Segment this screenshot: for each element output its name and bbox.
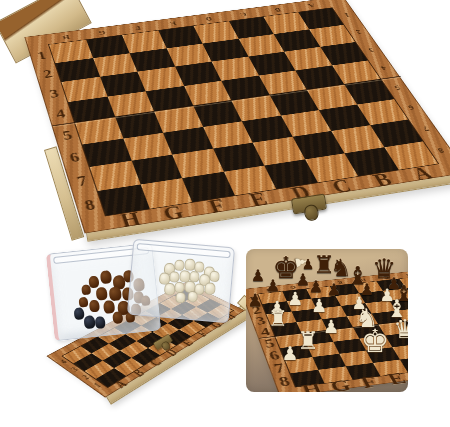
dark-piece-in-bag	[89, 300, 100, 313]
dark-piece-in-bag	[81, 284, 91, 295]
rank-label: 8	[83, 197, 97, 214]
black-pawn-in-bag	[83, 315, 95, 329]
dark-piece-in-bag	[100, 270, 112, 284]
light-piece-in-bag	[209, 270, 220, 282]
file-label: G	[161, 202, 187, 224]
rank-label-far: 5	[393, 84, 402, 91]
rank-label: 5	[61, 128, 74, 142]
file-label: C	[328, 176, 355, 197]
white-pawn-piece: ♟	[323, 318, 339, 336]
file-label-far: C	[239, 11, 248, 17]
dark-pawn-piece: ♟	[266, 278, 280, 294]
bag-of-light-pieces	[127, 239, 235, 324]
dark-pawn-piece: ♟	[309, 279, 323, 295]
dark-piece-in-bag	[78, 297, 88, 308]
rank-label-far: 3	[367, 46, 375, 53]
light-piece-in-bag	[204, 282, 216, 295]
light-piece-in-bag	[187, 291, 198, 303]
light-piece-in-bag	[175, 292, 186, 304]
white-pawn-piece: ♟	[311, 297, 327, 315]
white-pawn-piece: ♟	[287, 290, 303, 308]
file-label: F	[205, 195, 228, 216]
rank-label-far: 4	[380, 65, 389, 72]
file-label-far: E	[169, 20, 177, 26]
black-pawn-in-bag	[74, 307, 85, 320]
file-label-far: D	[204, 16, 213, 22]
rank-label: 2	[42, 67, 54, 80]
rank-label-far: 1	[343, 12, 351, 18]
rank-label-far: 8	[436, 147, 446, 155]
rank-label: 3	[48, 87, 60, 100]
file-label-far: F	[134, 25, 142, 31]
file-label-far: A	[307, 2, 316, 8]
dark-piece-in-bag	[112, 311, 123, 324]
white-king-piece: ♚	[361, 325, 390, 357]
rank-label: 7	[75, 173, 89, 189]
rank-label: 4	[54, 107, 67, 121]
file-label-far: G	[98, 29, 107, 36]
rank-label-far: 2	[355, 29, 363, 35]
dark-piece-in-bag	[109, 286, 122, 301]
dark-pawn-piece: ♟	[251, 268, 265, 284]
inset-pieces-photo: HGFEDCBAHGFEDCBA1234567812345678 ♟♟♜♞♚♛♟…	[246, 249, 408, 392]
pieces-layer: ♟♟♜♞♚♛♟♝♟♟♟♟♟♟♝♟♟♟♟♟♟♝♜♞♟♛♜♚♟	[246, 249, 408, 392]
dark-pawn-piece: ♟	[327, 282, 341, 298]
white-rook-piece: ♜	[297, 329, 319, 353]
rank-label: 1	[36, 49, 48, 61]
dark-piece-in-bag	[96, 287, 108, 301]
rank-label: 6	[68, 150, 81, 165]
white-pawn-piece: ♟	[281, 344, 298, 363]
file-label-far: B	[273, 7, 282, 13]
black-pawn-in-bag	[95, 316, 106, 329]
file-label: E	[247, 189, 271, 210]
file-label: F	[194, 329, 210, 338]
file-label: B	[369, 169, 395, 189]
file-label: A	[409, 163, 437, 183]
white-queen-piece: ♛	[393, 316, 408, 342]
dark-pawn-piece: ♟	[247, 292, 262, 309]
file-label-far: H	[61, 34, 70, 41]
file-label: H	[118, 208, 143, 230]
rank-label-far: 6	[407, 104, 416, 111]
white-rook-piece: ♜	[268, 308, 288, 330]
rank-label-far: 7	[421, 125, 430, 133]
